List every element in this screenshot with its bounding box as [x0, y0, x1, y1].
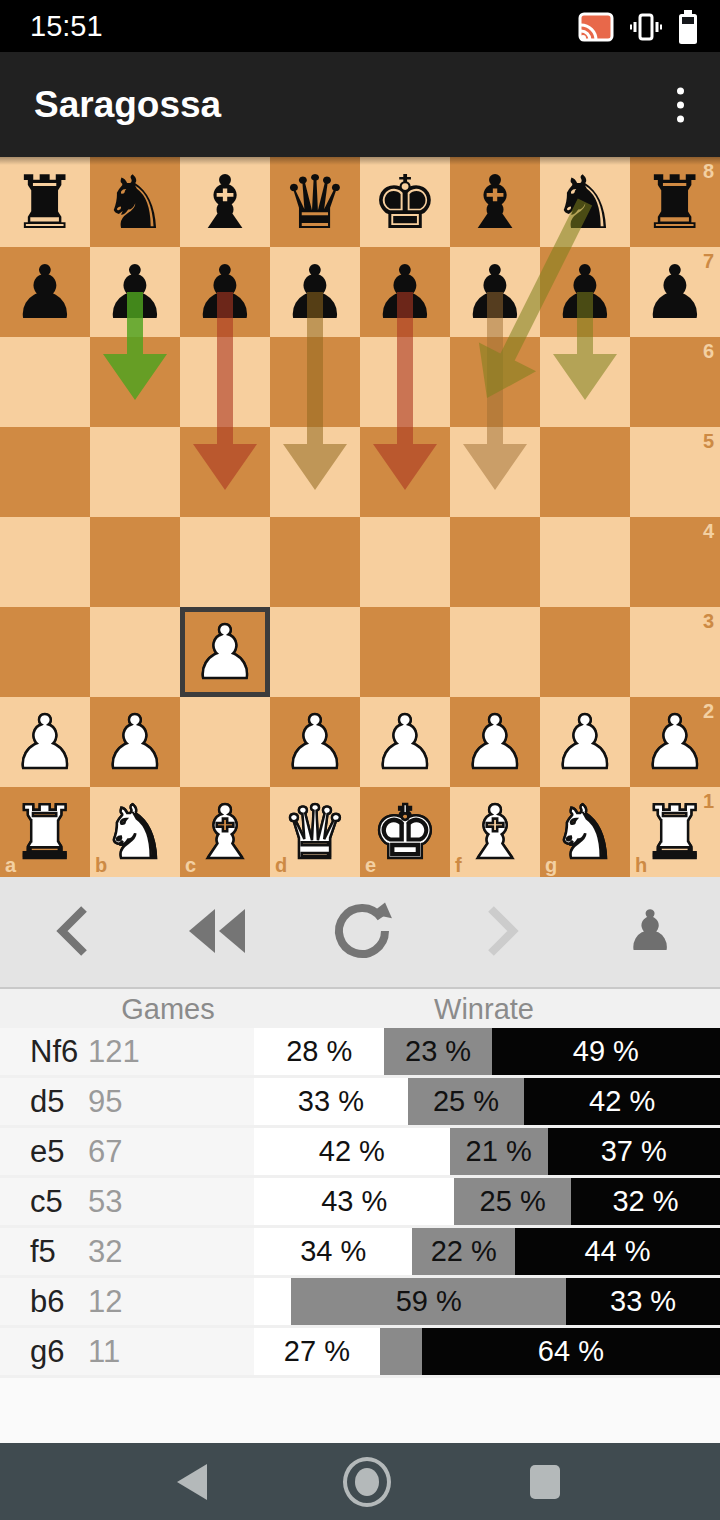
square-a5[interactable]: [0, 427, 90, 517]
draw-winrate-segment: 23 %: [384, 1028, 491, 1075]
square-c4[interactable]: [180, 517, 270, 607]
fast-rewind-icon: [188, 908, 246, 954]
table-row-c5[interactable]: c55343 %25 %32 %: [0, 1178, 720, 1228]
square-h4[interactable]: 4: [630, 517, 720, 607]
chevron-left-icon: [54, 903, 90, 959]
black-p-piece: ♟: [540, 247, 630, 337]
cast-icon: [578, 11, 614, 43]
draw-winrate-segment: 25 %: [454, 1178, 571, 1225]
square-e1[interactable]: ♚e: [360, 787, 450, 877]
black-b-piece: ♝: [450, 157, 540, 247]
status-bar: 15:51: [0, 0, 720, 52]
file-label-c: c: [185, 855, 196, 875]
black-p-piece: ♟: [270, 247, 360, 337]
games-count: 53: [88, 1184, 122, 1220]
black-q-piece: ♛: [270, 157, 360, 247]
chess-board[interactable]: ♜♞♝♛♚♝♞♜8♟♟♟♟♟♟♟♟7654♟3♟♟♟♟♟♟♟2♜a♞b♝c♛d♚…: [0, 157, 720, 877]
winrate-bar: 42 %21 %37 %: [254, 1128, 720, 1175]
square-c2[interactable]: [180, 697, 270, 787]
square-d8[interactable]: ♛: [270, 157, 360, 247]
white-winrate-segment: 43 %: [254, 1178, 454, 1225]
reload-button[interactable]: [330, 877, 394, 985]
draw-winrate-segment: 22 %: [412, 1228, 515, 1275]
square-e6[interactable]: [360, 337, 450, 427]
white-winrate-segment: 42 %: [254, 1128, 450, 1175]
reload-icon: [331, 900, 393, 962]
rank-label-4: 4: [703, 521, 714, 541]
black-p-piece: ♟: [0, 247, 90, 337]
square-b1[interactable]: ♞b: [90, 787, 180, 877]
black-k-piece: ♚: [360, 157, 450, 247]
square-h2[interactable]: ♟2: [630, 697, 720, 787]
square-h7[interactable]: ♟7: [630, 247, 720, 337]
black-winrate-segment: 49 %: [492, 1028, 720, 1075]
square-g2[interactable]: ♟: [540, 697, 630, 787]
square-a7[interactable]: ♟: [0, 247, 90, 337]
black-p-piece: ♟: [90, 247, 180, 337]
games-count: 12: [88, 1284, 122, 1320]
black-n-piece: ♞: [540, 157, 630, 247]
black-winrate-segment: 37 %: [548, 1128, 720, 1175]
file-label-b: b: [95, 855, 107, 875]
row-left-cells: Nf6121: [0, 1028, 254, 1075]
black-p-piece: ♟: [360, 247, 450, 337]
winrate-bar: 33 %25 %42 %: [254, 1078, 720, 1125]
row-left-cells: d595: [0, 1078, 254, 1125]
square-b2[interactable]: ♟: [90, 697, 180, 787]
white-p-piece: ♟: [90, 697, 180, 787]
square-e2[interactable]: ♟: [360, 697, 450, 787]
rank-label-2: 2: [703, 701, 714, 721]
file-label-e: e: [365, 855, 376, 875]
move-label: c5: [30, 1184, 63, 1220]
winrate-bar: 43 %25 %32 %: [254, 1178, 720, 1225]
square-b3[interactable]: [90, 607, 180, 697]
flip-player-button[interactable]: ♟: [618, 877, 682, 985]
games-count: 11: [88, 1334, 120, 1370]
move-label: Nf6: [30, 1034, 78, 1070]
square-d5[interactable]: [270, 427, 360, 517]
page-title: Saragossa: [34, 84, 221, 126]
android-nav-bar: [0, 1443, 720, 1520]
table-row-e5[interactable]: e56742 %21 %37 %: [0, 1128, 720, 1178]
square-b4[interactable]: [90, 517, 180, 607]
black-winrate-segment: 32 %: [571, 1178, 720, 1225]
square-a8[interactable]: ♜: [0, 157, 90, 247]
moves-table: Nf612128 %23 %49 %d59533 %25 %42 %e56742…: [0, 1028, 720, 1378]
square-f7[interactable]: ♟: [450, 247, 540, 337]
games-count: 121: [88, 1034, 140, 1070]
back-move-button[interactable]: [40, 877, 104, 985]
square-e4[interactable]: [360, 517, 450, 607]
square-h8[interactable]: ♜8: [630, 157, 720, 247]
rank-label-5: 5: [703, 431, 714, 451]
square-d4[interactable]: [270, 517, 360, 607]
back-triangle-icon: [177, 1464, 207, 1500]
file-label-f: f: [455, 855, 462, 875]
white-p-piece: ♟: [0, 697, 90, 787]
rank-label-3: 3: [703, 611, 714, 631]
rank-label-6: 6: [703, 341, 714, 361]
white-p-piece: ♟: [180, 607, 270, 697]
table-row-f5[interactable]: f53234 %22 %44 %: [0, 1228, 720, 1278]
black-p-piece: ♟: [180, 247, 270, 337]
square-e5[interactable]: [360, 427, 450, 517]
square-d7[interactable]: ♟: [270, 247, 360, 337]
square-b5[interactable]: [90, 427, 180, 517]
row-left-cells: b612: [0, 1278, 254, 1325]
square-b8[interactable]: ♞: [90, 157, 180, 247]
draw-winrate-segment: [380, 1328, 422, 1375]
square-g3[interactable]: [540, 607, 630, 697]
square-f3[interactable]: [450, 607, 540, 697]
square-e7[interactable]: ♟: [360, 247, 450, 337]
table-row-Nf6[interactable]: Nf612128 %23 %49 %: [0, 1028, 720, 1078]
app-bar: Saragossa: [0, 52, 720, 157]
square-d1[interactable]: ♛d: [270, 787, 360, 877]
table-row-b6[interactable]: b61259 %33 %: [0, 1278, 720, 1328]
square-f2[interactable]: ♟: [450, 697, 540, 787]
square-c6[interactable]: [180, 337, 270, 427]
row-left-cells: c553: [0, 1178, 254, 1225]
winrate-bar: 28 %23 %49 %: [254, 1028, 720, 1075]
winrate-bar: 27 %64 %: [254, 1328, 720, 1375]
square-g7[interactable]: ♟: [540, 247, 630, 337]
row-left-cells: e567: [0, 1128, 254, 1175]
square-a3[interactable]: [0, 607, 90, 697]
android-back-button[interactable]: [152, 1443, 232, 1520]
white-winrate-segment: 28 %: [254, 1028, 384, 1075]
winrate-bar: 59 %33 %: [254, 1278, 720, 1325]
square-f1[interactable]: ♝f: [450, 787, 540, 877]
move-label: f5: [30, 1234, 56, 1270]
table-footer-spacer: [0, 1378, 720, 1443]
square-f4[interactable]: [450, 517, 540, 607]
white-winrate-segment: 33 %: [254, 1078, 408, 1125]
square-h5[interactable]: 5: [630, 427, 720, 517]
square-e8[interactable]: ♚: [360, 157, 450, 247]
games-count: 95: [88, 1084, 122, 1120]
square-h1[interactable]: ♜1h: [630, 787, 720, 877]
white-p-piece: ♟: [540, 697, 630, 787]
white-p-piece: ♟: [360, 697, 450, 787]
square-d3[interactable]: [270, 607, 360, 697]
stats-header: Games Winrate: [0, 989, 720, 1028]
white-b-piece: ♝: [450, 787, 540, 877]
battery-icon: [678, 10, 698, 44]
forward-move-button[interactable]: [471, 877, 535, 985]
square-h6[interactable]: 6: [630, 337, 720, 427]
white-winrate-segment: [254, 1278, 291, 1325]
square-h3[interactable]: 3: [630, 607, 720, 697]
square-f5[interactable]: [450, 427, 540, 517]
square-g1[interactable]: ♞g: [540, 787, 630, 877]
move-label: b6: [30, 1284, 64, 1320]
row-left-cells: g611: [0, 1328, 254, 1375]
app-screen: 15:51 Saragossa: [0, 0, 720, 1520]
black-winrate-segment: 64 %: [422, 1328, 720, 1375]
square-e3[interactable]: [360, 607, 450, 697]
square-c7[interactable]: ♟: [180, 247, 270, 337]
square-c3[interactable]: ♟: [180, 607, 270, 697]
games-column-header: Games: [121, 993, 214, 1026]
white-winrate-segment: 27 %: [254, 1328, 380, 1375]
white-winrate-segment: 34 %: [254, 1228, 412, 1275]
file-label-a: a: [5, 855, 16, 875]
square-c5[interactable]: [180, 427, 270, 517]
square-g6[interactable]: [540, 337, 630, 427]
winrate-bar: 34 %22 %44 %: [254, 1228, 720, 1275]
games-count: 67: [88, 1134, 122, 1170]
white-p-piece: ♟: [450, 697, 540, 787]
square-g5[interactable]: [540, 427, 630, 517]
move-toolbar: ♟: [0, 877, 720, 989]
black-n-piece: ♞: [90, 157, 180, 247]
table-row-g6[interactable]: g61127 %64 %: [0, 1328, 720, 1378]
vibrate-icon: [630, 11, 662, 43]
file-label-h: h: [635, 855, 647, 875]
draw-winrate-segment: 59 %: [291, 1278, 566, 1325]
chevron-right-icon: [485, 903, 521, 959]
square-g8[interactable]: ♞: [540, 157, 630, 247]
black-r-piece: ♜: [0, 157, 90, 247]
square-c8[interactable]: ♝: [180, 157, 270, 247]
black-winrate-segment: 44 %: [515, 1228, 720, 1275]
square-a4[interactable]: [0, 517, 90, 607]
table-row-d5[interactable]: d59533 %25 %42 %: [0, 1078, 720, 1128]
home-circle-icon: [343, 1457, 391, 1507]
rank-label-1: 1: [703, 791, 714, 811]
move-label: e5: [30, 1134, 64, 1170]
file-label-g: g: [545, 855, 557, 875]
white-p-piece: ♟: [270, 697, 360, 787]
black-winrate-segment: 42 %: [524, 1078, 720, 1125]
rewind-to-start-button[interactable]: [185, 877, 249, 985]
draw-winrate-segment: 21 %: [450, 1128, 548, 1175]
square-a6[interactable]: [0, 337, 90, 427]
overflow-menu-icon[interactable]: [671, 81, 690, 128]
square-a2[interactable]: ♟: [0, 697, 90, 787]
square-d2[interactable]: ♟: [270, 697, 360, 787]
board-container: ♜♞♝♛♚♝♞♜8♟♟♟♟♟♟♟♟7654♟3♟♟♟♟♟♟♟2♜a♞b♝c♛d♚…: [0, 157, 720, 877]
pawn-icon: ♟: [625, 903, 675, 959]
rank-label-7: 7: [703, 251, 714, 271]
square-f8[interactable]: ♝: [450, 157, 540, 247]
move-label: d5: [30, 1084, 64, 1120]
row-left-cells: f532: [0, 1228, 254, 1275]
file-label-d: d: [275, 855, 287, 875]
rank-label-8: 8: [703, 161, 714, 181]
black-b-piece: ♝: [180, 157, 270, 247]
android-home-button[interactable]: [327, 1443, 407, 1520]
square-d6[interactable]: [270, 337, 360, 427]
games-count: 32: [88, 1234, 122, 1270]
status-icons: [578, 8, 698, 46]
square-b6[interactable]: [90, 337, 180, 427]
android-recents-button[interactable]: [505, 1443, 585, 1520]
move-label: g6: [30, 1334, 64, 1370]
square-c1[interactable]: ♝c: [180, 787, 270, 877]
draw-winrate-segment: 25 %: [408, 1078, 525, 1125]
square-f6[interactable]: [450, 337, 540, 427]
recents-square-icon: [530, 1465, 560, 1499]
black-winrate-segment: 33 %: [566, 1278, 720, 1325]
square-g4[interactable]: [540, 517, 630, 607]
square-a1[interactable]: ♜a: [0, 787, 90, 877]
black-p-piece: ♟: [450, 247, 540, 337]
square-b7[interactable]: ♟: [90, 247, 180, 337]
clock: 15:51: [30, 10, 103, 43]
winrate-column-header: Winrate: [434, 993, 534, 1026]
